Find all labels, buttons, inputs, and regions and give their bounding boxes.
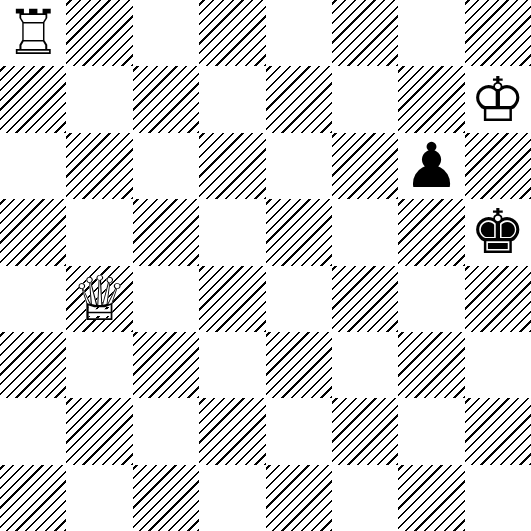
square-b7[interactable] bbox=[66, 66, 132, 132]
square-a5[interactable] bbox=[0, 199, 66, 265]
square-f4[interactable] bbox=[332, 266, 398, 332]
square-d5[interactable] bbox=[199, 199, 265, 265]
square-b4[interactable]: ♛♕ bbox=[66, 266, 132, 332]
square-d7[interactable] bbox=[199, 66, 265, 132]
black-king-piece: ♚ bbox=[465, 199, 531, 265]
white-rook-piece-halo: ♜ bbox=[0, 0, 66, 66]
square-a2[interactable] bbox=[0, 398, 66, 464]
square-b6[interactable] bbox=[66, 133, 132, 199]
white-rook-piece: ♖ bbox=[0, 0, 66, 66]
square-b5[interactable] bbox=[66, 199, 132, 265]
square-e6[interactable] bbox=[266, 133, 332, 199]
white-queen-piece-halo: ♛ bbox=[66, 266, 132, 332]
square-e7[interactable] bbox=[266, 66, 332, 132]
square-a4[interactable] bbox=[0, 266, 66, 332]
square-h4[interactable] bbox=[465, 266, 531, 332]
square-f6[interactable] bbox=[332, 133, 398, 199]
square-d4[interactable] bbox=[199, 266, 265, 332]
square-f8[interactable] bbox=[332, 0, 398, 66]
square-c4[interactable] bbox=[133, 266, 199, 332]
square-g4[interactable] bbox=[398, 266, 464, 332]
square-f3[interactable] bbox=[332, 332, 398, 398]
square-c5[interactable] bbox=[133, 199, 199, 265]
square-d2[interactable] bbox=[199, 398, 265, 464]
square-h8[interactable] bbox=[465, 0, 531, 66]
square-e4[interactable] bbox=[266, 266, 332, 332]
square-e1[interactable] bbox=[266, 465, 332, 531]
square-c7[interactable] bbox=[133, 66, 199, 132]
square-h1[interactable] bbox=[465, 465, 531, 531]
square-e8[interactable] bbox=[266, 0, 332, 66]
square-a6[interactable] bbox=[0, 133, 66, 199]
square-g3[interactable] bbox=[398, 332, 464, 398]
square-f1[interactable] bbox=[332, 465, 398, 531]
square-b8[interactable] bbox=[66, 0, 132, 66]
square-f2[interactable] bbox=[332, 398, 398, 464]
square-h3[interactable] bbox=[465, 332, 531, 398]
square-c6[interactable] bbox=[133, 133, 199, 199]
square-b1[interactable] bbox=[66, 465, 132, 531]
square-a1[interactable] bbox=[0, 465, 66, 531]
chess-board: ♜♖♚♔♟♟♚♚♛♕ bbox=[0, 0, 531, 531]
square-d8[interactable] bbox=[199, 0, 265, 66]
square-g5[interactable] bbox=[398, 199, 464, 265]
square-c1[interactable] bbox=[133, 465, 199, 531]
square-g6[interactable]: ♟♟ bbox=[398, 133, 464, 199]
square-c8[interactable] bbox=[133, 0, 199, 66]
square-e2[interactable] bbox=[266, 398, 332, 464]
square-g8[interactable] bbox=[398, 0, 464, 66]
square-g1[interactable] bbox=[398, 465, 464, 531]
square-e5[interactable] bbox=[266, 199, 332, 265]
square-h6[interactable] bbox=[465, 133, 531, 199]
black-king-piece-halo: ♚ bbox=[465, 199, 531, 265]
square-d6[interactable] bbox=[199, 133, 265, 199]
white-king-piece: ♔ bbox=[465, 66, 531, 132]
square-c3[interactable] bbox=[133, 332, 199, 398]
white-queen-piece: ♕ bbox=[66, 266, 132, 332]
square-b2[interactable] bbox=[66, 398, 132, 464]
square-a3[interactable] bbox=[0, 332, 66, 398]
square-d3[interactable] bbox=[199, 332, 265, 398]
black-pawn-piece-halo: ♟ bbox=[398, 133, 464, 199]
square-g2[interactable] bbox=[398, 398, 464, 464]
white-king-piece-halo: ♚ bbox=[465, 66, 531, 132]
square-h7[interactable]: ♚♔ bbox=[465, 66, 531, 132]
square-h5[interactable]: ♚♚ bbox=[465, 199, 531, 265]
square-a7[interactable] bbox=[0, 66, 66, 132]
square-c2[interactable] bbox=[133, 398, 199, 464]
square-d1[interactable] bbox=[199, 465, 265, 531]
square-h2[interactable] bbox=[465, 398, 531, 464]
square-f7[interactable] bbox=[332, 66, 398, 132]
square-g7[interactable] bbox=[398, 66, 464, 132]
square-e3[interactable] bbox=[266, 332, 332, 398]
square-a8[interactable]: ♜♖ bbox=[0, 0, 66, 66]
square-f5[interactable] bbox=[332, 199, 398, 265]
square-b3[interactable] bbox=[66, 332, 132, 398]
black-pawn-piece: ♟ bbox=[398, 133, 464, 199]
